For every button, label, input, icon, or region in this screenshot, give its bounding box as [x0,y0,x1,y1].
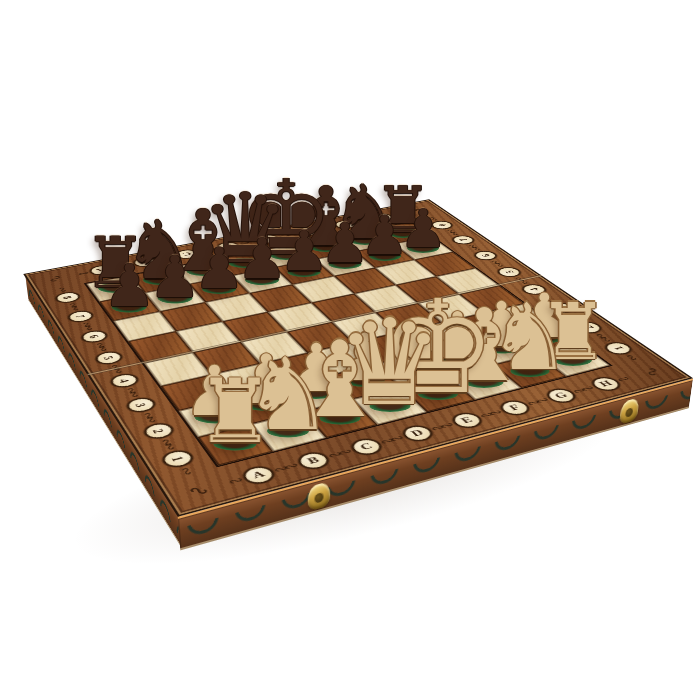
perspective-scene: ∾∾A∾∾B∾∾C∾∾D∾∾E∾∾F∾∾G∾∾H∾∾∾8∾∾8∾∾7∾∾7∾∾6… [0,0,700,700]
brass-clasp-icon [308,481,331,512]
coord-letter-d: D [398,423,438,444]
product-photo-stage: ∾∾A∾∾B∾∾C∾∾D∾∾E∾∾F∾∾G∾∾H∾∾∾8∾∾8∾∾7∾∾7∾∾6… [0,0,700,700]
coord-letter-a: A [238,464,278,487]
coord-number-1: 1 [158,448,197,470]
coord-number-1: 1 [599,340,636,356]
coord-number-2: 2 [570,320,606,335]
coord-letter-b: B [293,450,333,472]
coord-letter-g: G [541,386,580,405]
coord-number-6: 6 [78,329,110,345]
chess-board: ∾∾A∾∾B∾∾C∾∾D∾∾E∾∾F∾∾G∾∾H∾∾∾8∾∾8∾∾7∾∾7∾∾6… [23,199,693,517]
brass-clasp-icon [619,397,640,425]
coord-number-2: 2 [140,421,177,441]
scroll-ornament-icon: ∾ [639,366,663,378]
coord-number-5: 5 [92,350,125,367]
scroll-ornament-icon: ∾ [184,482,214,499]
coord-number-4: 4 [107,372,141,390]
coord-letter-f: F [495,398,534,417]
coord-number-3: 3 [123,396,159,415]
coord-letter-c: C [346,436,386,457]
coord-letter-e: E [447,410,486,430]
scroll-ornament-icon: ∾ [42,274,67,283]
scroll-ornament-icon: ∾ [411,207,429,215]
coord-letter-h: H [586,375,625,393]
